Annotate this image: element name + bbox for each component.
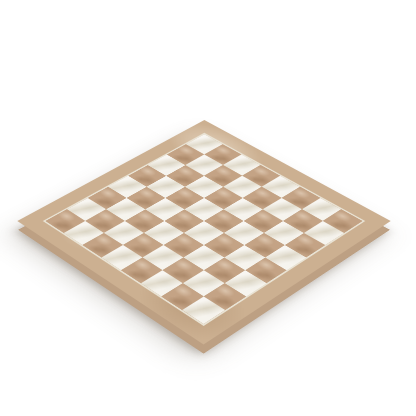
board-playfield: ♜♞♝♛♚♝♞♜♟♟♟♟♟♟♟♟♟♟♟♟♟♟♟♟♜♞♝♛♚♝♞♜: [46, 134, 363, 324]
piece-brown-pawn-h7[interactable]: ♟: [309, 198, 340, 232]
piece-white-rook-h1[interactable]: ♜: [184, 266, 223, 309]
chess-set-scene: ♜♞♝♛♚♝♞♜♟♟♟♟♟♟♟♟♟♟♟♟♟♟♟♟♜♞♝♛♚♝♞♜: [0, 0, 416, 416]
chess-board: ♜♞♝♛♚♝♞♜♟♟♟♟♟♟♟♟♟♟♟♟♟♟♟♟♜♞♝♛♚♝♞♜: [17, 120, 390, 344]
square-h1[interactable]: ♜: [182, 296, 225, 324]
